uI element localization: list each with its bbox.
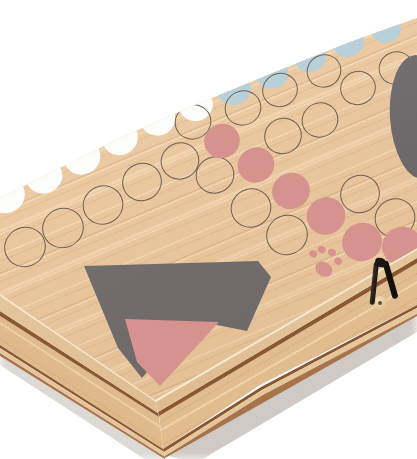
clasp-bead-pin [378, 301, 382, 305]
photo-wooden-game-box: ✈ [0, 0, 417, 459]
clasp [0, 0, 417, 459]
clasp-strap-top [374, 257, 386, 267]
